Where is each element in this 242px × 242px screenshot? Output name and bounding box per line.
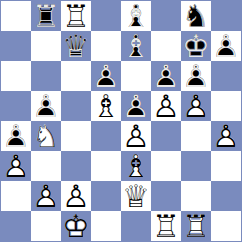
white-pawn-icon: ♟♙ <box>211 121 241 151</box>
square-f8[interactable] <box>151 1 181 31</box>
square-d4[interactable] <box>91 121 121 151</box>
square-f3[interactable] <box>151 151 181 181</box>
square-h3[interactable] <box>211 151 241 181</box>
square-e1[interactable] <box>121 211 151 241</box>
square-d5[interactable]: ♝♗ <box>91 91 121 121</box>
square-h1[interactable] <box>211 211 241 241</box>
square-c4[interactable] <box>61 121 91 151</box>
square-c3[interactable] <box>61 151 91 181</box>
square-c7[interactable]: ♛♕ <box>61 31 91 61</box>
white-pawn-icon: ♟♙ <box>181 91 211 121</box>
white-pawn-icon: ♟♙ <box>61 181 91 211</box>
black-bishop-icon: ♝♗ <box>121 31 151 61</box>
white-pawn-icon: ♟♙ <box>121 121 151 151</box>
square-g7[interactable]: ♚♔ <box>181 31 211 61</box>
square-d8[interactable] <box>91 1 121 31</box>
square-e8[interactable]: ♝♗ <box>121 1 151 31</box>
square-g4[interactable] <box>181 121 211 151</box>
black-bishop-icon: ♝♗ <box>121 1 151 31</box>
square-b2[interactable]: ♟♙ <box>31 181 61 211</box>
square-b3[interactable] <box>31 151 61 181</box>
square-f2[interactable] <box>151 181 181 211</box>
square-g1[interactable]: ♜♖ <box>181 211 211 241</box>
square-b5[interactable]: ♟♙ <box>31 91 61 121</box>
square-f7[interactable] <box>151 31 181 61</box>
black-pawn-icon: ♟♙ <box>1 121 31 151</box>
square-f4[interactable] <box>151 121 181 151</box>
square-h6[interactable] <box>211 61 241 91</box>
black-pawn-icon: ♟♙ <box>91 61 121 91</box>
white-knight-icon: ♞♘ <box>31 121 61 151</box>
black-pawn-icon: ♟♙ <box>121 91 151 121</box>
square-a5[interactable] <box>1 91 31 121</box>
square-e2[interactable]: ♛♕ <box>121 181 151 211</box>
white-rook-icon: ♜♖ <box>181 211 211 241</box>
square-e7[interactable]: ♝♗ <box>121 31 151 61</box>
white-bishop-icon: ♝♗ <box>121 151 151 181</box>
square-a2[interactable] <box>1 181 31 211</box>
chess-board: ♜♖♜♖♝♗♞♘♛♕♝♗♚♔♟♙♟♙♟♙♟♙♟♙♝♗♟♙♟♙♟♙♟♙♞♘♟♙♟♙… <box>0 0 242 242</box>
square-a8[interactable] <box>1 1 31 31</box>
square-h2[interactable] <box>211 181 241 211</box>
square-h7[interactable]: ♟♙ <box>211 31 241 61</box>
square-g2[interactable] <box>181 181 211 211</box>
black-pawn-icon: ♟♙ <box>181 61 211 91</box>
white-pawn-icon: ♟♙ <box>151 91 181 121</box>
square-c6[interactable] <box>61 61 91 91</box>
black-king-icon: ♚♔ <box>181 31 211 61</box>
white-rook-icon: ♜♖ <box>61 1 91 31</box>
black-pawn-icon: ♟♙ <box>151 61 181 91</box>
square-e5[interactable]: ♟♙ <box>121 91 151 121</box>
square-f5[interactable]: ♟♙ <box>151 91 181 121</box>
square-h5[interactable] <box>211 91 241 121</box>
square-c5[interactable] <box>61 91 91 121</box>
square-a3[interactable]: ♟♙ <box>1 151 31 181</box>
black-knight-icon: ♞♘ <box>181 1 211 31</box>
white-king-icon: ♚♔ <box>61 211 91 241</box>
square-e6[interactable] <box>121 61 151 91</box>
square-h4[interactable]: ♟♙ <box>211 121 241 151</box>
square-f6[interactable]: ♟♙ <box>151 61 181 91</box>
square-f1[interactable]: ♜♖ <box>151 211 181 241</box>
square-d6[interactable]: ♟♙ <box>91 61 121 91</box>
square-a7[interactable] <box>1 31 31 61</box>
square-a4[interactable]: ♟♙ <box>1 121 31 151</box>
square-a6[interactable] <box>1 61 31 91</box>
white-pawn-icon: ♟♙ <box>1 151 31 181</box>
square-b7[interactable] <box>31 31 61 61</box>
square-b8[interactable]: ♜♖ <box>31 1 61 31</box>
square-e3[interactable]: ♝♗ <box>121 151 151 181</box>
square-b4[interactable]: ♞♘ <box>31 121 61 151</box>
square-d3[interactable] <box>91 151 121 181</box>
square-d2[interactable] <box>91 181 121 211</box>
white-queen-icon: ♛♕ <box>121 181 151 211</box>
square-e4[interactable]: ♟♙ <box>121 121 151 151</box>
black-rook-icon: ♜♖ <box>31 1 61 31</box>
square-a1[interactable] <box>1 211 31 241</box>
white-rook-icon: ♜♖ <box>151 211 181 241</box>
black-queen-icon: ♛♕ <box>61 31 91 61</box>
square-c2[interactable]: ♟♙ <box>61 181 91 211</box>
square-b6[interactable] <box>31 61 61 91</box>
square-c1[interactable]: ♚♔ <box>61 211 91 241</box>
square-g6[interactable]: ♟♙ <box>181 61 211 91</box>
square-d7[interactable] <box>91 31 121 61</box>
square-g5[interactable]: ♟♙ <box>181 91 211 121</box>
square-g3[interactable] <box>181 151 211 181</box>
square-g8[interactable]: ♞♘ <box>181 1 211 31</box>
black-pawn-icon: ♟♙ <box>31 91 61 121</box>
square-d1[interactable] <box>91 211 121 241</box>
square-c8[interactable]: ♜♖ <box>61 1 91 31</box>
square-h8[interactable] <box>211 1 241 31</box>
black-pawn-icon: ♟♙ <box>211 31 241 61</box>
white-bishop-icon: ♝♗ <box>91 91 121 121</box>
square-b1[interactable] <box>31 211 61 241</box>
white-pawn-icon: ♟♙ <box>31 181 61 211</box>
